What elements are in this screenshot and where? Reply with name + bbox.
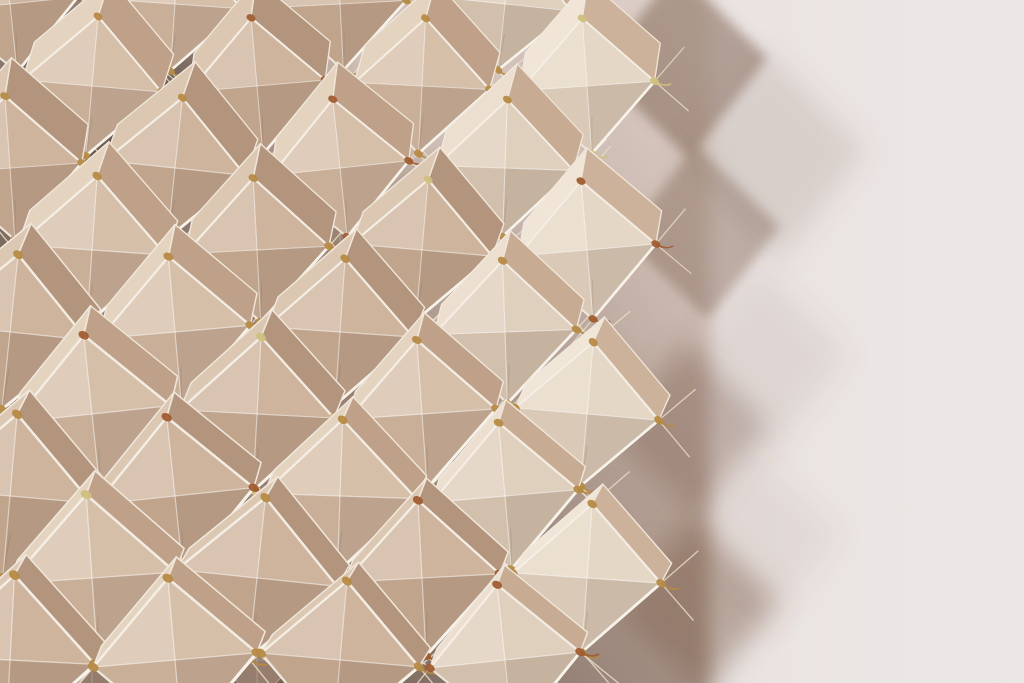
cube-lattice: [0, 0, 685, 683]
origami-cube-sculpture-photo: Close-up photo of a hanging paper sculpt…: [0, 0, 1024, 683]
scene-canvas: [0, 0, 1024, 683]
